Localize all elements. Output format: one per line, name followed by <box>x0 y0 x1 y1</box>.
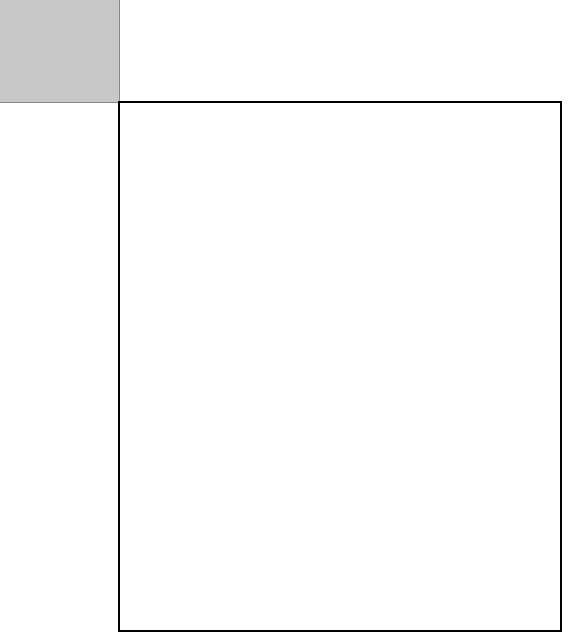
nonogram-page <box>0 0 575 635</box>
corner-watermark <box>0 0 120 103</box>
row-clues-area <box>0 103 120 630</box>
column-clues-area <box>120 0 560 103</box>
nonogram-grid[interactable] <box>120 103 560 630</box>
